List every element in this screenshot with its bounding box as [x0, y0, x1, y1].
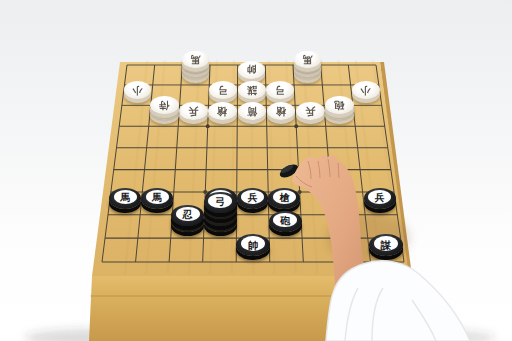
- piece-white-弓[interactable]: 弓: [266, 81, 294, 99]
- piece-kanji: 弓: [209, 81, 237, 99]
- piece-kanji: 兵: [296, 102, 325, 120]
- piece-white-馬[interactable]: 馬: [182, 51, 209, 68]
- piece-black-槍[interactable]: 槍: [268, 188, 300, 209]
- piece-kanji: 砲: [269, 211, 302, 232]
- piece-kanji: 兵: [237, 188, 269, 209]
- scene: 馬帥馬小弓謀弓小侍兵槍筒槍兵砲馬馬兵兵槍兵忍弓砲帥謀: [0, 0, 512, 341]
- piece-kanji: 小: [124, 81, 152, 99]
- piece-white-筒[interactable]: 筒: [238, 102, 267, 120]
- piece-kanji: 砲: [325, 96, 354, 114]
- piece-white-槍[interactable]: 槍: [208, 102, 237, 120]
- piece-black-謀[interactable]: 謀: [369, 234, 403, 256]
- piece-kanji: 謀: [238, 81, 266, 99]
- piece-kanji: 侍: [150, 96, 179, 114]
- piece-kanji: 兵: [364, 188, 396, 209]
- piece-black-帥[interactable]: 帥: [236, 234, 270, 256]
- piece-kanji: 槍: [208, 102, 237, 120]
- piece-black-兵[interactable]: 兵: [364, 188, 396, 209]
- piece-white-小[interactable]: 小: [352, 81, 380, 99]
- piece-white-馬[interactable]: 馬: [294, 51, 321, 68]
- piece-white-砲[interactable]: 砲: [325, 96, 354, 114]
- piece-white-小[interactable]: 小: [124, 81, 152, 99]
- piece-kanji: 槍: [268, 188, 300, 209]
- piece-kanji: 馬: [141, 188, 173, 209]
- piece-kanji: 馬: [294, 51, 321, 68]
- piece-black-弓[interactable]: 弓: [204, 192, 237, 213]
- piece-white-謀[interactable]: 謀: [238, 81, 266, 99]
- piece-kanji: 帥: [236, 234, 270, 256]
- piece-kanji: 馬: [182, 51, 209, 68]
- piece-kanji: 弓: [266, 81, 294, 99]
- piece-black-馬[interactable]: 馬: [109, 188, 141, 209]
- piece-black-馬[interactable]: 馬: [141, 188, 173, 209]
- piece-kanji: 帥: [238, 61, 265, 78]
- gungi-board[interactable]: [0, 0, 512, 341]
- piece-black-忍[interactable]: 忍: [171, 205, 204, 226]
- piece-kanji: 小: [352, 81, 380, 99]
- piece-kanji: 筒: [238, 102, 267, 120]
- piece-kanji: 槍: [267, 102, 296, 120]
- board-front-face: [89, 276, 412, 341]
- piece-white-槍[interactable]: 槍: [267, 102, 296, 120]
- piece-white-侍[interactable]: 侍: [150, 96, 179, 114]
- piece-white-弓[interactable]: 弓: [209, 81, 237, 99]
- piece-kanji: 弓: [204, 192, 237, 213]
- piece-kanji: 謀: [369, 234, 403, 256]
- piece-black-砲[interactable]: 砲: [269, 211, 302, 232]
- piece-black-兵[interactable]: 兵: [237, 188, 269, 209]
- piece-white-帥[interactable]: 帥: [238, 61, 265, 78]
- piece-white-兵[interactable]: 兵: [179, 102, 208, 120]
- piece-kanji: 兵: [179, 102, 208, 120]
- piece-kanji: 馬: [109, 188, 141, 209]
- piece-kanji: 忍: [171, 205, 204, 226]
- piece-white-兵[interactable]: 兵: [296, 102, 325, 120]
